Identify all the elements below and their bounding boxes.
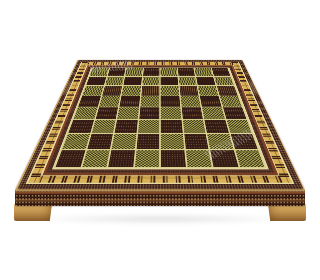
square-b4[interactable] <box>95 107 118 119</box>
square-g5[interactable] <box>200 96 221 106</box>
square-b7[interactable] <box>105 77 124 86</box>
square-a1[interactable] <box>56 150 85 167</box>
square-c4[interactable] <box>117 107 138 119</box>
square-c3[interactable] <box>115 120 138 133</box>
square-g6[interactable] <box>198 86 218 95</box>
square-c6[interactable] <box>122 86 141 95</box>
square-d7[interactable] <box>142 77 159 86</box>
square-f3[interactable] <box>183 120 206 133</box>
square-e3[interactable] <box>161 120 183 133</box>
board-foot-left <box>14 204 52 221</box>
square-f4[interactable] <box>181 107 202 119</box>
square-a4[interactable] <box>74 107 98 119</box>
square-f2[interactable] <box>184 134 208 149</box>
square-e5[interactable] <box>161 96 180 106</box>
square-h7[interactable] <box>214 77 234 86</box>
square-d5[interactable] <box>140 96 159 106</box>
square-g8[interactable] <box>195 68 213 76</box>
square-a2[interactable] <box>62 134 89 149</box>
square-e1[interactable] <box>161 150 186 167</box>
square-b1[interactable] <box>82 150 110 167</box>
product-photo <box>0 0 320 280</box>
chessboard <box>15 60 305 190</box>
board-apron-front <box>15 189 305 206</box>
square-g4[interactable] <box>202 107 225 119</box>
square-d3[interactable] <box>138 120 160 133</box>
square-a7[interactable] <box>86 77 106 86</box>
square-f6[interactable] <box>179 86 198 95</box>
square-f5[interactable] <box>180 96 200 106</box>
square-e6[interactable] <box>161 86 179 95</box>
square-e7[interactable] <box>161 77 178 86</box>
square-b2[interactable] <box>87 134 113 149</box>
square-d1[interactable] <box>135 150 160 167</box>
gold-band-bottom <box>28 176 292 183</box>
square-h1[interactable] <box>235 150 264 167</box>
square-d4[interactable] <box>139 107 159 119</box>
square-g7[interactable] <box>196 77 215 86</box>
square-e4[interactable] <box>161 107 181 119</box>
square-b3[interactable] <box>91 120 115 133</box>
square-b5[interactable] <box>99 96 120 106</box>
square-c2[interactable] <box>112 134 136 149</box>
square-d8[interactable] <box>143 68 160 76</box>
square-a3[interactable] <box>68 120 93 133</box>
square-c1[interactable] <box>108 150 134 167</box>
square-d2[interactable] <box>136 134 159 149</box>
square-h4[interactable] <box>223 107 247 119</box>
ground-shadow <box>26 214 294 224</box>
square-f8[interactable] <box>178 68 195 76</box>
square-h8[interactable] <box>212 68 231 76</box>
square-b6[interactable] <box>102 86 122 95</box>
board-foot-right <box>268 204 306 221</box>
square-c7[interactable] <box>123 77 141 86</box>
square-e2[interactable] <box>161 134 184 149</box>
square-g3[interactable] <box>204 120 228 133</box>
square-d6[interactable] <box>141 86 159 95</box>
square-e8[interactable] <box>161 68 178 76</box>
board-top-face <box>15 60 305 190</box>
square-h6[interactable] <box>217 86 238 95</box>
square-f7[interactable] <box>178 77 196 86</box>
square-a6[interactable] <box>82 86 103 95</box>
square-a5[interactable] <box>78 96 100 106</box>
square-c5[interactable] <box>119 96 139 106</box>
square-h5[interactable] <box>220 96 242 106</box>
